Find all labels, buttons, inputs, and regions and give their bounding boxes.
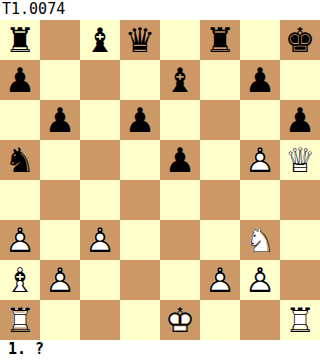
black-pawn: ♟ bbox=[240, 60, 280, 100]
square-f2[interactable]: ♟♙ bbox=[200, 260, 240, 300]
square-h6[interactable]: ♟ bbox=[280, 100, 320, 140]
square-d3[interactable] bbox=[120, 220, 160, 260]
square-g1[interactable] bbox=[240, 300, 280, 340]
white-pawn: ♟♙ bbox=[240, 260, 280, 300]
square-c3[interactable]: ♟♙ bbox=[80, 220, 120, 260]
black-pawn: ♟ bbox=[40, 100, 80, 140]
square-f3[interactable] bbox=[200, 220, 240, 260]
square-c1[interactable] bbox=[80, 300, 120, 340]
square-h7[interactable] bbox=[280, 60, 320, 100]
square-f8[interactable]: ♜ bbox=[200, 20, 240, 60]
square-e5[interactable]: ♟ bbox=[160, 140, 200, 180]
square-c2[interactable] bbox=[80, 260, 120, 300]
black-bishop: ♝ bbox=[80, 20, 120, 60]
white-rook: ♜♖ bbox=[0, 300, 40, 340]
white-king: ♚♔ bbox=[160, 300, 200, 340]
black-rook: ♜ bbox=[200, 20, 240, 60]
square-g8[interactable] bbox=[240, 20, 280, 60]
square-c4[interactable] bbox=[80, 180, 120, 220]
square-e6[interactable] bbox=[160, 100, 200, 140]
square-g2[interactable]: ♟♙ bbox=[240, 260, 280, 300]
square-b1[interactable] bbox=[40, 300, 80, 340]
black-king: ♚ bbox=[280, 20, 320, 60]
square-d1[interactable] bbox=[120, 300, 160, 340]
square-e4[interactable] bbox=[160, 180, 200, 220]
black-bishop: ♝ bbox=[160, 60, 200, 100]
square-b5[interactable] bbox=[40, 140, 80, 180]
square-a4[interactable] bbox=[0, 180, 40, 220]
move-prompt: 1. ? bbox=[0, 340, 320, 360]
square-b3[interactable] bbox=[40, 220, 80, 260]
square-e8[interactable] bbox=[160, 20, 200, 60]
white-pawn: ♟♙ bbox=[200, 260, 240, 300]
square-e3[interactable] bbox=[160, 220, 200, 260]
square-f5[interactable] bbox=[200, 140, 240, 180]
white-knight: ♞♘ bbox=[240, 220, 280, 260]
white-pawn: ♟♙ bbox=[240, 140, 280, 180]
square-h5[interactable]: ♛♕ bbox=[280, 140, 320, 180]
square-c5[interactable] bbox=[80, 140, 120, 180]
white-pawn: ♟♙ bbox=[80, 220, 120, 260]
square-d2[interactable] bbox=[120, 260, 160, 300]
square-f1[interactable] bbox=[200, 300, 240, 340]
square-b7[interactable] bbox=[40, 60, 80, 100]
square-f4[interactable] bbox=[200, 180, 240, 220]
square-g5[interactable]: ♟♙ bbox=[240, 140, 280, 180]
square-e2[interactable] bbox=[160, 260, 200, 300]
black-pawn: ♟ bbox=[120, 100, 160, 140]
square-a5[interactable]: ♞ bbox=[0, 140, 40, 180]
square-b4[interactable] bbox=[40, 180, 80, 220]
white-pawn: ♟♙ bbox=[0, 220, 40, 260]
puzzle-id: T1.0074 bbox=[0, 0, 320, 20]
square-g3[interactable]: ♞♘ bbox=[240, 220, 280, 260]
square-h2[interactable] bbox=[280, 260, 320, 300]
square-d4[interactable] bbox=[120, 180, 160, 220]
black-rook: ♜ bbox=[0, 20, 40, 60]
square-b2[interactable]: ♟♙ bbox=[40, 260, 80, 300]
white-bishop: ♝♗ bbox=[0, 260, 40, 300]
white-pawn: ♟♙ bbox=[40, 260, 80, 300]
square-g7[interactable]: ♟ bbox=[240, 60, 280, 100]
black-pawn: ♟ bbox=[280, 100, 320, 140]
square-c7[interactable] bbox=[80, 60, 120, 100]
square-h1[interactable]: ♜♖ bbox=[280, 300, 320, 340]
black-knight: ♞ bbox=[0, 140, 40, 180]
square-h3[interactable] bbox=[280, 220, 320, 260]
square-a8[interactable]: ♜ bbox=[0, 20, 40, 60]
square-f7[interactable] bbox=[200, 60, 240, 100]
square-h8[interactable]: ♚ bbox=[280, 20, 320, 60]
black-pawn: ♟ bbox=[160, 140, 200, 180]
square-g6[interactable] bbox=[240, 100, 280, 140]
square-a7[interactable]: ♟ bbox=[0, 60, 40, 100]
square-a6[interactable] bbox=[0, 100, 40, 140]
square-d8[interactable]: ♛ bbox=[120, 20, 160, 60]
square-c8[interactable]: ♝ bbox=[80, 20, 120, 60]
black-queen: ♛ bbox=[120, 20, 160, 60]
square-d6[interactable]: ♟ bbox=[120, 100, 160, 140]
square-e1[interactable]: ♚♔ bbox=[160, 300, 200, 340]
black-pawn: ♟ bbox=[0, 60, 40, 100]
square-d5[interactable] bbox=[120, 140, 160, 180]
white-queen: ♛♕ bbox=[280, 140, 320, 180]
square-f6[interactable] bbox=[200, 100, 240, 140]
square-g4[interactable] bbox=[240, 180, 280, 220]
square-b6[interactable]: ♟ bbox=[40, 100, 80, 140]
square-d7[interactable] bbox=[120, 60, 160, 100]
square-a3[interactable]: ♟♙ bbox=[0, 220, 40, 260]
square-b8[interactable] bbox=[40, 20, 80, 60]
square-c6[interactable] bbox=[80, 100, 120, 140]
chess-board: ♜♝♛♜♚♟♝♟♟♟♟♞♟♟♙♛♕♟♙♟♙♞♘♝♗♟♙♟♙♟♙♜♖♚♔♜♖ bbox=[0, 20, 320, 340]
square-h4[interactable] bbox=[280, 180, 320, 220]
square-a2[interactable]: ♝♗ bbox=[0, 260, 40, 300]
square-a1[interactable]: ♜♖ bbox=[0, 300, 40, 340]
white-rook: ♜♖ bbox=[280, 300, 320, 340]
square-e7[interactable]: ♝ bbox=[160, 60, 200, 100]
